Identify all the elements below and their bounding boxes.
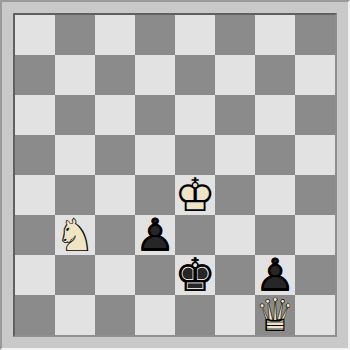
square-g2[interactable]: ♟♙ <box>255 255 295 295</box>
square-g3[interactable] <box>255 215 295 255</box>
square-a1[interactable] <box>15 295 55 335</box>
square-h2[interactable] <box>295 255 335 295</box>
square-b1[interactable] <box>55 295 95 335</box>
square-g4[interactable] <box>255 175 295 215</box>
square-d2[interactable] <box>135 255 175 295</box>
white-king-icon: ♔ <box>175 175 215 215</box>
square-d6[interactable] <box>135 95 175 135</box>
black-king-icon: ♔ <box>175 255 215 295</box>
square-c3[interactable] <box>95 215 135 255</box>
square-b6[interactable] <box>55 95 95 135</box>
black-pawn-fill: ♟ <box>255 255 295 295</box>
square-c8[interactable] <box>95 15 135 55</box>
square-h1[interactable] <box>295 295 335 335</box>
square-c1[interactable] <box>95 295 135 335</box>
square-f6[interactable] <box>215 95 255 135</box>
square-d5[interactable] <box>135 135 175 175</box>
piece-white-knight: ♞♘ <box>55 215 95 255</box>
square-c6[interactable] <box>95 95 135 135</box>
square-g7[interactable] <box>255 55 295 95</box>
square-h3[interactable] <box>295 215 335 255</box>
square-a4[interactable] <box>15 175 55 215</box>
board-frame: ♚♔♞♘♟♙♚♔♟♙♛♕ <box>0 0 350 350</box>
black-pawn-icon: ♙ <box>135 215 175 255</box>
square-e2[interactable]: ♚♔ <box>175 255 215 295</box>
square-a7[interactable] <box>15 55 55 95</box>
square-b2[interactable] <box>55 255 95 295</box>
square-d7[interactable] <box>135 55 175 95</box>
white-king-fill: ♚ <box>175 175 215 215</box>
square-e7[interactable] <box>175 55 215 95</box>
square-f5[interactable] <box>215 135 255 175</box>
square-g5[interactable] <box>255 135 295 175</box>
square-f4[interactable] <box>215 175 255 215</box>
piece-black-pawn: ♟♙ <box>255 255 295 295</box>
square-g1[interactable]: ♛♕ <box>255 295 295 335</box>
square-c2[interactable] <box>95 255 135 295</box>
black-king-fill: ♚ <box>175 255 215 295</box>
square-a5[interactable] <box>15 135 55 175</box>
square-e5[interactable] <box>175 135 215 175</box>
square-f8[interactable] <box>215 15 255 55</box>
black-pawn-icon: ♙ <box>255 255 295 295</box>
chess-board: ♚♔♞♘♟♙♚♔♟♙♛♕ <box>13 13 337 337</box>
square-e1[interactable] <box>175 295 215 335</box>
white-knight-icon: ♘ <box>55 215 95 255</box>
piece-black-pawn: ♟♙ <box>135 215 175 255</box>
square-g6[interactable] <box>255 95 295 135</box>
square-d3[interactable]: ♟♙ <box>135 215 175 255</box>
square-f3[interactable] <box>215 215 255 255</box>
square-b4[interactable] <box>55 175 95 215</box>
square-b5[interactable] <box>55 135 95 175</box>
square-a8[interactable] <box>15 15 55 55</box>
square-d8[interactable] <box>135 15 175 55</box>
square-g8[interactable] <box>255 15 295 55</box>
piece-white-queen: ♛♕ <box>255 295 295 335</box>
square-e8[interactable] <box>175 15 215 55</box>
piece-white-king: ♚♔ <box>175 175 215 215</box>
square-d4[interactable] <box>135 175 175 215</box>
square-b8[interactable] <box>55 15 95 55</box>
square-h4[interactable] <box>295 175 335 215</box>
white-queen-icon: ♕ <box>255 295 295 335</box>
square-c5[interactable] <box>95 135 135 175</box>
square-a6[interactable] <box>15 95 55 135</box>
square-b3[interactable]: ♞♘ <box>55 215 95 255</box>
square-c7[interactable] <box>95 55 135 95</box>
white-queen-fill: ♛ <box>255 295 295 335</box>
square-f1[interactable] <box>215 295 255 335</box>
square-c4[interactable] <box>95 175 135 215</box>
square-a2[interactable] <box>15 255 55 295</box>
square-f2[interactable] <box>215 255 255 295</box>
chess-diagram: ♚♔♞♘♟♙♚♔♟♙♛♕ <box>0 0 350 350</box>
square-h8[interactable] <box>295 15 335 55</box>
square-f7[interactable] <box>215 55 255 95</box>
square-e6[interactable] <box>175 95 215 135</box>
square-d1[interactable] <box>135 295 175 335</box>
square-h5[interactable] <box>295 135 335 175</box>
square-a3[interactable] <box>15 215 55 255</box>
black-pawn-fill: ♟ <box>135 215 175 255</box>
square-h6[interactable] <box>295 95 335 135</box>
white-knight-fill: ♞ <box>55 215 95 255</box>
piece-black-king: ♚♔ <box>175 255 215 295</box>
square-b7[interactable] <box>55 55 95 95</box>
square-h7[interactable] <box>295 55 335 95</box>
square-e3[interactable] <box>175 215 215 255</box>
square-e4[interactable]: ♚♔ <box>175 175 215 215</box>
